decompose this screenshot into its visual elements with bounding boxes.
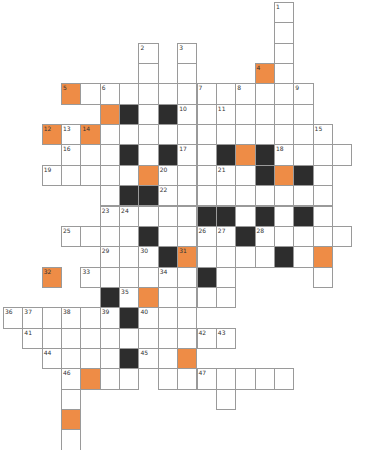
clue-number-34: 34 [160, 268, 168, 276]
cell-r2c9[interactable]: 3 [177, 43, 197, 64]
clue-number-42: 42 [199, 329, 207, 337]
cell-r17c5[interactable] [100, 348, 120, 369]
cell-r5c8-black [158, 104, 178, 125]
cell-r5c6-black [119, 104, 139, 125]
clue-number-30: 30 [140, 247, 148, 255]
cell-r11c15[interactable] [293, 226, 313, 247]
cell-r5c12[interactable] [235, 104, 255, 125]
crossword-board: 1234567891011121314151617181920212223242… [0, 0, 372, 450]
cell-r18c4-orange[interactable] [80, 368, 100, 389]
cell-r10c14[interactable] [274, 206, 294, 227]
cell-r16c3[interactable] [61, 328, 81, 349]
cell-r6c2-orange[interactable]: 12 [42, 124, 62, 145]
cell-r8c6[interactable] [119, 165, 139, 186]
clue-number-15: 15 [315, 125, 323, 133]
cell-r4c6[interactable] [119, 83, 139, 104]
cell-r10c10-black [197, 206, 217, 227]
cell-r7c13-black [255, 144, 275, 165]
clue-number-26: 26 [199, 227, 207, 235]
cell-r15c9[interactable] [177, 307, 197, 328]
cell-r4c15[interactable]: 9 [293, 83, 313, 104]
clue-number-32: 32 [44, 268, 52, 276]
cell-r15c4[interactable] [80, 307, 100, 328]
clue-number-29: 29 [102, 247, 110, 255]
cell-r15c7[interactable]: 40 [138, 307, 158, 328]
cell-r7c17[interactable] [332, 144, 352, 165]
cell-r13c2-orange[interactable]: 32 [42, 267, 62, 288]
cell-r20c3-orange[interactable] [61, 409, 81, 430]
clue-number-3: 3 [179, 44, 183, 52]
cell-r18c12[interactable] [235, 368, 255, 389]
cell-r9c13[interactable] [255, 185, 275, 206]
cell-r13c11[interactable] [216, 267, 236, 288]
cell-r17c3[interactable] [61, 348, 81, 369]
cell-r21c3[interactable] [61, 429, 81, 450]
cell-r14c5-black [100, 287, 120, 308]
cell-r6c5[interactable] [100, 124, 120, 145]
clue-number-22: 22 [160, 186, 168, 194]
cell-r9c5[interactable] [100, 185, 120, 206]
cell-r6c15[interactable] [293, 124, 313, 145]
clue-number-40: 40 [140, 308, 148, 316]
cell-r7c16[interactable] [313, 144, 333, 165]
cell-r19c11[interactable] [216, 389, 236, 410]
cell-r10c8[interactable] [158, 206, 178, 227]
cell-r12c8-black [158, 246, 178, 267]
clue-number-13: 13 [63, 125, 71, 133]
cell-r7c4[interactable] [80, 144, 100, 165]
clue-number-23: 23 [102, 207, 110, 215]
cell-r16c4[interactable] [80, 328, 100, 349]
cell-r16c2[interactable] [42, 328, 62, 349]
cell-r11c5[interactable] [100, 226, 120, 247]
cell-r3c13-orange[interactable]: 4 [255, 63, 275, 84]
clue-number-10: 10 [179, 105, 187, 113]
cell-r8c13-black [255, 165, 275, 186]
cell-r10c5[interactable]: 23 [100, 206, 120, 227]
clue-number-2: 2 [140, 44, 144, 52]
clue-number-19: 19 [44, 166, 52, 174]
cell-r12c15[interactable] [293, 246, 313, 267]
cell-r12c11[interactable] [216, 246, 236, 267]
cell-r5c5-orange[interactable] [100, 104, 120, 125]
cell-r8c5[interactable] [100, 165, 120, 186]
cell-r11c6[interactable] [119, 226, 139, 247]
clue-number-8: 8 [237, 84, 241, 92]
cell-r9c6-black [119, 185, 139, 206]
cell-r12c10[interactable] [197, 246, 217, 267]
clue-number-24: 24 [121, 207, 129, 215]
cell-r7c12-orange[interactable] [235, 144, 255, 165]
cell-r18c11[interactable] [216, 368, 236, 389]
cell-r16c1[interactable]: 41 [22, 328, 42, 349]
cell-r13c4[interactable]: 33 [80, 267, 100, 288]
cell-r17c4[interactable] [80, 348, 100, 369]
clue-number-39: 39 [102, 308, 110, 316]
cell-r11c4[interactable] [80, 226, 100, 247]
cell-r12c14-black [274, 246, 294, 267]
cell-r15c0[interactable]: 36 [3, 307, 23, 328]
cell-r4c8[interactable] [158, 83, 178, 104]
cell-r10c7[interactable] [138, 206, 158, 227]
cell-r18c10[interactable]: 47 [197, 368, 217, 389]
cell-r12c5[interactable]: 29 [100, 246, 120, 267]
cell-r18c6[interactable] [119, 368, 139, 389]
cell-r14c8[interactable] [158, 287, 178, 308]
cell-r15c3[interactable]: 38 [61, 307, 81, 328]
cell-r14c10[interactable] [197, 287, 217, 308]
clue-number-5: 5 [63, 84, 67, 92]
cell-r18c14[interactable] [274, 368, 294, 389]
cell-r5c14[interactable] [274, 104, 294, 125]
clue-number-1: 1 [276, 3, 280, 11]
clue-number-27: 27 [218, 227, 226, 235]
cell-r14c7-orange[interactable] [138, 287, 158, 308]
clue-number-35: 35 [121, 288, 129, 296]
cell-r15c8[interactable] [158, 307, 178, 328]
clue-number-25: 25 [63, 227, 71, 235]
clue-number-12: 12 [44, 125, 52, 133]
cell-r4c10[interactable]: 7 [197, 83, 217, 104]
cell-r8c9[interactable] [177, 165, 197, 186]
cell-r7c15[interactable] [293, 144, 313, 165]
cell-r19c3[interactable] [61, 389, 81, 410]
cell-r11c3[interactable]: 25 [61, 226, 81, 247]
cell-r15c2[interactable] [42, 307, 62, 328]
cell-r9c11[interactable] [216, 185, 236, 206]
cell-r14c11[interactable] [216, 287, 236, 308]
clue-number-18: 18 [276, 145, 284, 153]
clue-number-43: 43 [218, 329, 226, 337]
cell-r18c8[interactable] [158, 368, 178, 389]
cell-r3c7[interactable] [138, 63, 158, 84]
clue-number-36: 36 [5, 308, 13, 316]
cell-r8c15-black [293, 165, 313, 186]
cell-r9c16[interactable] [313, 185, 333, 206]
clue-number-20: 20 [160, 166, 168, 174]
cell-r13c6[interactable] [119, 267, 139, 288]
cell-r7c11-black [216, 144, 236, 165]
cell-r4c9[interactable] [177, 83, 197, 104]
cell-r7c5[interactable] [100, 144, 120, 165]
cell-r6c9[interactable] [177, 124, 197, 145]
cell-r12c16-orange[interactable] [313, 246, 333, 267]
cell-r16c6[interactable] [119, 328, 139, 349]
cell-r4c11[interactable] [216, 83, 236, 104]
clue-number-41: 41 [24, 329, 32, 337]
cell-r11c12-black [235, 226, 255, 247]
clue-number-45: 45 [140, 349, 148, 357]
cell-r18c3[interactable]: 46 [61, 368, 81, 389]
cell-r8c14-orange[interactable] [274, 165, 294, 186]
cell-r7c10[interactable] [197, 144, 217, 165]
cell-r11c8[interactable] [158, 226, 178, 247]
cell-r6c13[interactable] [255, 124, 275, 145]
clue-number-33: 33 [82, 268, 90, 276]
cell-r8c16[interactable] [313, 165, 333, 186]
cell-r8c2[interactable]: 19 [42, 165, 62, 186]
cell-r9c8[interactable]: 22 [158, 185, 178, 206]
clue-number-21: 21 [218, 166, 226, 174]
cell-r11c16[interactable] [313, 226, 333, 247]
clue-number-16: 16 [63, 145, 71, 153]
cell-r14c9[interactable] [177, 287, 197, 308]
cell-r5c7[interactable] [138, 104, 158, 125]
clue-number-46: 46 [63, 369, 71, 377]
clue-number-47: 47 [199, 369, 207, 377]
cell-r13c5[interactable] [100, 267, 120, 288]
cell-r12c6[interactable] [119, 246, 139, 267]
cell-r9c12[interactable] [235, 185, 255, 206]
cell-r5c11[interactable]: 11 [216, 104, 236, 125]
cell-r17c8[interactable] [158, 348, 178, 369]
cell-r17c6-black [119, 348, 139, 369]
cell-r9c15[interactable] [293, 185, 313, 206]
cell-r11c9[interactable] [177, 226, 197, 247]
cell-r5c10[interactable] [197, 104, 217, 125]
cell-r4c5[interactable]: 6 [100, 83, 120, 104]
cell-r11c14[interactable] [274, 226, 294, 247]
cell-r12c7[interactable]: 30 [138, 246, 158, 267]
cell-r10c13-black [255, 206, 275, 227]
clue-number-14: 14 [82, 125, 90, 133]
clue-number-28: 28 [257, 227, 265, 235]
cell-r16c10[interactable]: 42 [197, 328, 217, 349]
cell-r8c7-orange[interactable] [138, 165, 158, 186]
cell-r5c13[interactable] [255, 104, 275, 125]
cell-r13c9[interactable] [177, 267, 197, 288]
cell-r11c11[interactable]: 27 [216, 226, 236, 247]
crossword-page: { "game": "crossword", "board": { "rows"… [0, 0, 372, 450]
cell-r18c9[interactable] [177, 368, 197, 389]
clue-number-11: 11 [218, 105, 226, 113]
cell-r7c6-black [119, 144, 139, 165]
clue-number-38: 38 [63, 308, 71, 316]
cell-r6c6[interactable] [119, 124, 139, 145]
cell-r9c10[interactable] [197, 185, 217, 206]
cell-r16c5[interactable] [100, 328, 120, 349]
cell-r0c14[interactable]: 1 [274, 2, 294, 23]
cell-r3c14[interactable] [274, 63, 294, 84]
cell-r1c14[interactable] [274, 22, 294, 43]
cell-r9c14[interactable] [274, 185, 294, 206]
cell-r10c9[interactable] [177, 206, 197, 227]
cell-r10c12[interactable] [235, 206, 255, 227]
cell-r4c14[interactable] [274, 83, 294, 104]
cell-r6c12[interactable] [235, 124, 255, 145]
cell-r9c7-black [138, 185, 158, 206]
cell-r6c10[interactable] [197, 124, 217, 145]
cell-r15c5[interactable]: 39 [100, 307, 120, 328]
cell-r2c7[interactable]: 2 [138, 43, 158, 64]
clue-number-37: 37 [24, 308, 32, 316]
clue-number-44: 44 [44, 349, 52, 357]
cell-r18c13[interactable] [255, 368, 275, 389]
clue-number-7: 7 [199, 84, 203, 92]
cell-r8c8[interactable]: 20 [158, 165, 178, 186]
clue-number-17: 17 [179, 145, 187, 153]
cell-r4c4[interactable] [80, 83, 100, 104]
cell-r13c10-black [197, 267, 217, 288]
cell-r10c16[interactable] [313, 206, 333, 227]
cell-r10c15-black [293, 206, 313, 227]
cell-r16c7[interactable] [138, 328, 158, 349]
cell-r11c13[interactable]: 28 [255, 226, 275, 247]
cell-r7c8-black [158, 144, 178, 165]
cell-r8c10[interactable] [197, 165, 217, 186]
cell-r17c9-orange[interactable] [177, 348, 197, 369]
cell-r13c16[interactable] [313, 267, 333, 288]
cell-r6c16[interactable]: 15 [313, 124, 333, 145]
cell-r8c11[interactable]: 21 [216, 165, 236, 186]
cell-r10c6[interactable]: 24 [119, 206, 139, 227]
cell-r9c9[interactable] [177, 185, 197, 206]
cell-r4c13[interactable] [255, 83, 275, 104]
clue-number-4: 4 [257, 64, 261, 72]
cell-r6c7[interactable] [138, 124, 158, 145]
cell-r7c7[interactable] [138, 144, 158, 165]
cell-r16c9[interactable] [177, 328, 197, 349]
cell-r5c15[interactable] [293, 104, 313, 125]
cell-r12c13[interactable] [255, 246, 275, 267]
cell-r7c3[interactable]: 16 [61, 144, 81, 165]
cell-r5c9[interactable]: 10 [177, 104, 197, 125]
cell-r12c9-orange[interactable]: 31 [177, 246, 197, 267]
cell-r7c14[interactable]: 18 [274, 144, 294, 165]
cell-r8c4[interactable] [80, 165, 100, 186]
cell-r12c12[interactable] [235, 246, 255, 267]
cell-r8c3[interactable] [61, 165, 81, 186]
cell-r6c4-orange[interactable]: 14 [80, 124, 100, 145]
clue-number-6: 6 [102, 84, 106, 92]
cell-r4c3-orange[interactable]: 5 [61, 83, 81, 104]
cell-r18c5[interactable] [100, 368, 120, 389]
cell-r4c12[interactable]: 8 [235, 83, 255, 104]
cell-r13c8[interactable]: 34 [158, 267, 178, 288]
cell-r17c2[interactable]: 44 [42, 348, 62, 369]
cell-r2c14[interactable] [274, 43, 294, 64]
cell-r16c11[interactable]: 43 [216, 328, 236, 349]
cell-r3c9[interactable] [177, 63, 197, 84]
cell-r11c7-black [138, 226, 158, 247]
cell-r15c1[interactable]: 37 [22, 307, 42, 328]
cell-r11c17[interactable] [332, 226, 352, 247]
cell-r6c3[interactable]: 13 [61, 124, 81, 145]
clue-number-9: 9 [295, 84, 299, 92]
clue-number-31: 31 [179, 247, 187, 255]
cell-r17c7[interactable]: 45 [138, 348, 158, 369]
cell-r11c10[interactable]: 26 [197, 226, 217, 247]
cell-r6c11[interactable] [216, 124, 236, 145]
cell-r6c14[interactable] [274, 124, 294, 145]
cell-r6c8[interactable] [158, 124, 178, 145]
cell-r13c7[interactable] [138, 267, 158, 288]
cell-r8c12[interactable] [235, 165, 255, 186]
cell-r7c9[interactable]: 17 [177, 144, 197, 165]
cell-r10c11-black [216, 206, 236, 227]
cell-r15c6-black [119, 307, 139, 328]
cell-r14c6[interactable]: 35 [119, 287, 139, 308]
cell-r4c7[interactable] [138, 83, 158, 104]
cell-r16c8[interactable] [158, 328, 178, 349]
